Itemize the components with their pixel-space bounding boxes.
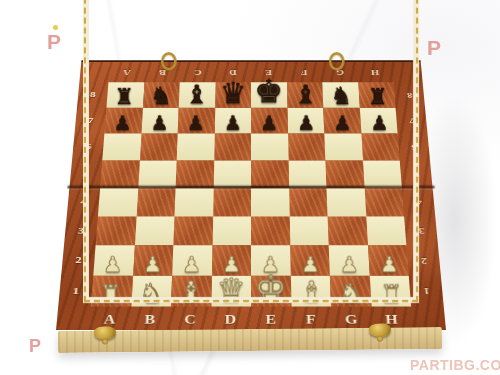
rank-label-right-5: 5 [400, 160, 433, 188]
rank-label-right-2: 2 [406, 245, 440, 275]
file-label-top-B: B [144, 62, 180, 82]
square-h8[interactable]: ♜ [358, 82, 396, 107]
watermark-dot-icon [53, 25, 58, 30]
file-label-top-G: G [322, 62, 358, 82]
square-b1[interactable]: ♞ [131, 275, 172, 306]
white-pawn-g2[interactable]: ♟ [340, 254, 359, 275]
black-rook-h8[interactable]: ♜ [367, 85, 387, 107]
chess-set-photo: ABCDEFGH8♜♞♝♛♚♝♞♜87♟♟♟♟♟♟♟♟7665544332♟♟♟… [0, 0, 500, 375]
frame-corner [79, 62, 110, 82]
square-d4[interactable] [213, 188, 251, 216]
square-e6[interactable] [251, 133, 288, 160]
square-b6[interactable] [139, 133, 177, 160]
coordinate-text: A [103, 312, 116, 326]
coordinate-text: B [144, 312, 156, 326]
square-b8[interactable]: ♞ [143, 82, 180, 107]
black-pawn-a7[interactable]: ♟ [114, 114, 132, 134]
brass-clasp-right-icon [369, 324, 391, 337]
watermark-p-top-left: P [47, 30, 61, 54]
square-a1[interactable]: ♜ [91, 275, 133, 306]
white-pawn-c2[interactable]: ♟ [182, 254, 201, 275]
square-f8[interactable]: ♝ [287, 82, 324, 107]
rank-label-left-5: 5 [69, 160, 102, 188]
square-d3[interactable] [212, 216, 251, 245]
black-pawn-g7[interactable]: ♟ [334, 114, 352, 134]
square-h6[interactable] [361, 133, 400, 160]
coordinate-text: 4 [415, 197, 422, 207]
square-f2[interactable]: ♟ [290, 245, 330, 275]
coordinate-text: 7 [408, 116, 414, 126]
box-front-edge [58, 327, 442, 353]
rank-label-right-1: 1 [409, 275, 444, 306]
square-e7[interactable]: ♟ [251, 107, 288, 133]
square-d5[interactable] [213, 160, 251, 188]
square-e8[interactable]: ♚ [251, 82, 287, 107]
coordinate-text: 8 [406, 90, 412, 99]
rank-label-right-6: 6 [398, 133, 430, 160]
square-b7[interactable]: ♟ [141, 107, 179, 133]
coordinate-text: H [371, 67, 380, 76]
coordinate-text: 2 [420, 255, 427, 266]
black-knight-b8[interactable]: ♞ [150, 83, 172, 107]
black-queen-d8[interactable]: ♛ [220, 78, 246, 107]
coordinate-text: 6 [85, 141, 92, 152]
white-rook-h1[interactable]: ♜ [380, 282, 402, 307]
square-c6[interactable] [177, 133, 215, 160]
square-f6[interactable] [288, 133, 326, 160]
rank-label-left-1: 1 [58, 275, 93, 306]
square-e3[interactable] [251, 216, 290, 245]
square-d1[interactable]: ♛ [211, 275, 251, 306]
white-queen-d1[interactable]: ♛ [216, 274, 245, 307]
square-h4[interactable] [364, 188, 404, 216]
square-g2[interactable]: ♟ [329, 245, 370, 275]
frame-corner [392, 62, 423, 82]
brass-hinge-ring-icon [329, 52, 345, 70]
square-d6[interactable] [214, 133, 251, 160]
white-bishop-c1[interactable]: ♝ [178, 278, 204, 307]
black-pawn-h7[interactable]: ♟ [370, 114, 388, 134]
rank-label-left-3: 3 [64, 216, 98, 245]
brass-hinge-ring-icon [160, 52, 176, 70]
coordinate-text: 2 [75, 254, 82, 266]
square-h7[interactable]: ♟ [359, 107, 397, 133]
rank-label-left-7: 7 [75, 107, 107, 133]
black-pawn-f7[interactable]: ♟ [297, 114, 315, 134]
square-b5[interactable] [138, 160, 177, 188]
rank-label-left-2: 2 [61, 245, 95, 275]
square-h1[interactable]: ♜ [369, 275, 411, 306]
black-knight-g8[interactable]: ♞ [331, 83, 353, 107]
square-g4[interactable] [326, 188, 365, 216]
square-a6[interactable] [102, 133, 141, 160]
white-pawn-h2[interactable]: ♟ [379, 254, 398, 275]
rank-label-left-8: 8 [77, 82, 108, 107]
white-pawn-b2[interactable]: ♟ [143, 254, 162, 275]
square-a4[interactable] [98, 188, 138, 216]
coordinate-text: 3 [418, 225, 425, 236]
coordinate-text: 6 [411, 142, 417, 152]
square-b3[interactable] [134, 216, 174, 245]
white-pawn-a2[interactable]: ♟ [103, 254, 122, 275]
black-pawn-e7[interactable]: ♟ [260, 114, 278, 134]
black-pawn-d7[interactable]: ♟ [224, 114, 242, 134]
coordinate-text: E [265, 312, 277, 326]
rank-label-left-6: 6 [72, 133, 104, 160]
coordinate-text: F [306, 312, 317, 326]
square-f3[interactable] [289, 216, 328, 245]
coordinate-text: F [301, 67, 308, 76]
rank-label-right-8: 8 [394, 82, 425, 107]
coordinate-text: C [184, 312, 197, 326]
square-a7[interactable]: ♟ [104, 107, 142, 133]
white-pawn-f2[interactable]: ♟ [301, 254, 320, 275]
black-pawn-b7[interactable]: ♟ [150, 114, 168, 134]
square-h5[interactable] [363, 160, 402, 188]
coordinate-text: 1 [423, 285, 430, 296]
white-rook-a1[interactable]: ♜ [100, 282, 122, 307]
board-scene: ABCDEFGH8♜♞♝♛♚♝♞♜87♟♟♟♟♟♟♟♟7665544332♟♟♟… [56, 0, 446, 330]
coordinate-text: 7 [87, 115, 94, 125]
board: ABCDEFGH8♜♞♝♛♚♝♞♜87♟♟♟♟♟♟♟♟7665544332♟♟♟… [56, 60, 446, 330]
square-h3[interactable] [366, 216, 407, 245]
square-f4[interactable] [289, 188, 328, 216]
square-b2[interactable]: ♟ [133, 245, 174, 275]
black-rook-a8[interactable]: ♜ [115, 85, 135, 107]
black-king-e8[interactable]: ♚ [255, 75, 284, 107]
file-label-top-H: H [357, 62, 394, 82]
square-f1[interactable]: ♝ [290, 275, 331, 306]
white-bishop-f1[interactable]: ♝ [298, 278, 324, 307]
rank-label-right-7: 7 [396, 107, 428, 133]
coordinate-text: C [194, 67, 202, 76]
square-g6[interactable] [324, 133, 362, 160]
square-g7[interactable]: ♟ [323, 107, 361, 133]
square-g8[interactable]: ♞ [322, 82, 359, 107]
square-d7[interactable]: ♟ [214, 107, 251, 133]
square-a8[interactable]: ♜ [106, 82, 144, 107]
square-g1[interactable]: ♞ [330, 275, 371, 306]
coordinate-text: A [123, 67, 131, 76]
coordinate-text: 1 [72, 285, 79, 297]
square-h2[interactable]: ♟ [368, 245, 409, 275]
fold-seam [67, 186, 434, 189]
square-c2[interactable]: ♟ [172, 245, 212, 275]
rank-label-left-4: 4 [67, 188, 100, 216]
white-knight-g1[interactable]: ♞ [339, 280, 363, 307]
white-knight-b1[interactable]: ♞ [139, 280, 163, 307]
square-c5[interactable] [176, 160, 214, 188]
coordinate-text: 5 [82, 168, 89, 179]
brass-clasp-left-icon [94, 326, 116, 339]
square-a2[interactable]: ♟ [93, 245, 134, 275]
coordinate-text: D [225, 312, 238, 326]
black-bishop-f8[interactable]: ♝ [294, 82, 317, 108]
coordinate-text: G [345, 312, 359, 326]
rank-label-right-3: 3 [404, 216, 438, 245]
square-d8[interactable]: ♛ [215, 82, 251, 107]
square-c8[interactable]: ♝ [179, 82, 216, 107]
watermark-site-text: PARTIBG.COM [410, 357, 500, 373]
square-g3[interactable] [328, 216, 368, 245]
black-pawn-c7[interactable]: ♟ [187, 114, 205, 134]
square-f5[interactable] [288, 160, 326, 188]
white-king-e1[interactable]: ♚ [255, 271, 287, 307]
square-c4[interactable] [174, 188, 213, 216]
square-e4[interactable] [251, 188, 289, 216]
black-bishop-c8[interactable]: ♝ [185, 82, 208, 108]
square-e1[interactable]: ♚ [251, 275, 291, 306]
frame-corner [56, 306, 91, 332]
square-c3[interactable] [173, 216, 212, 245]
square-g5[interactable] [325, 160, 364, 188]
square-c1[interactable]: ♝ [171, 275, 212, 306]
square-a5[interactable] [100, 160, 139, 188]
rank-label-right-4: 4 [402, 188, 435, 216]
watermark-p-top-right: P [427, 36, 441, 60]
square-e5[interactable] [251, 160, 289, 188]
square-a3[interactable] [96, 216, 137, 245]
square-c7[interactable]: ♟ [178, 107, 215, 133]
watermark-p-bottom-left: P [29, 336, 41, 357]
coordinate-text: 4 [80, 196, 87, 207]
coordinate-text: 8 [89, 90, 96, 100]
square-b4[interactable] [136, 188, 175, 216]
file-label-top-A: A [108, 62, 145, 82]
coordinate-text: 3 [77, 225, 84, 237]
square-f7[interactable]: ♟ [287, 107, 324, 133]
file-label-bottom-B: B [129, 306, 171, 332]
coordinate-text: 5 [413, 169, 419, 179]
